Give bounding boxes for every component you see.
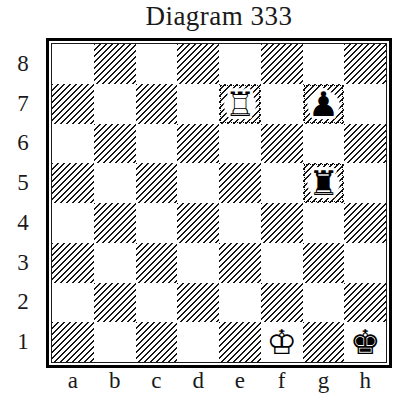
rank-label-4: 4 <box>6 203 40 243</box>
black-king[interactable]: ♚ <box>350 325 380 359</box>
square-e1[interactable] <box>219 322 261 362</box>
square-h2[interactable] <box>344 283 386 323</box>
square-g4[interactable] <box>303 203 345 243</box>
square-b7[interactable] <box>94 84 136 124</box>
square-b5[interactable] <box>94 163 136 203</box>
square-b3[interactable] <box>94 243 136 283</box>
square-d8[interactable] <box>177 44 219 84</box>
square-b6[interactable] <box>94 124 136 164</box>
square-g6[interactable] <box>303 124 345 164</box>
black-rook[interactable]: ♜ <box>308 166 338 200</box>
square-e2[interactable] <box>219 283 261 323</box>
square-a7[interactable] <box>52 84 94 124</box>
square-h1[interactable]: ♚ <box>344 322 386 362</box>
white-king[interactable]: ♔ <box>266 325 296 359</box>
file-label-h: h <box>344 368 386 398</box>
square-c6[interactable] <box>136 124 178 164</box>
square-e3[interactable] <box>219 243 261 283</box>
file-labels: abcdefgh <box>52 368 386 398</box>
square-g1[interactable] <box>303 322 345 362</box>
square-h4[interactable] <box>344 203 386 243</box>
square-f8[interactable] <box>261 44 303 84</box>
page-title: Diagram 333 <box>46 1 392 32</box>
square-a5[interactable] <box>52 163 94 203</box>
square-d2[interactable] <box>177 283 219 323</box>
square-c2[interactable] <box>136 283 178 323</box>
square-d4[interactable] <box>177 203 219 243</box>
square-d1[interactable] <box>177 322 219 362</box>
rank-label-1: 1 <box>6 322 40 362</box>
square-f3[interactable] <box>261 243 303 283</box>
square-c1[interactable] <box>136 322 178 362</box>
square-g7[interactable]: ♟ <box>303 84 345 124</box>
square-b2[interactable] <box>94 283 136 323</box>
square-e8[interactable] <box>219 44 261 84</box>
board-grid: ♖♟♜♔♚ <box>51 43 387 363</box>
black-pawn[interactable]: ♟ <box>308 87 338 121</box>
square-e5[interactable] <box>219 163 261 203</box>
file-label-e: e <box>219 368 261 398</box>
square-a2[interactable] <box>52 283 94 323</box>
square-c4[interactable] <box>136 203 178 243</box>
square-g2[interactable] <box>303 283 345 323</box>
square-f7[interactable] <box>261 84 303 124</box>
square-b1[interactable] <box>94 322 136 362</box>
square-e4[interactable] <box>219 203 261 243</box>
square-a3[interactable] <box>52 243 94 283</box>
square-f5[interactable] <box>261 163 303 203</box>
square-d6[interactable] <box>177 124 219 164</box>
square-f1[interactable]: ♔ <box>261 322 303 362</box>
square-d3[interactable] <box>177 243 219 283</box>
square-g3[interactable] <box>303 243 345 283</box>
square-a6[interactable] <box>52 124 94 164</box>
square-e6[interactable] <box>219 124 261 164</box>
file-label-g: g <box>303 368 345 398</box>
square-h8[interactable] <box>344 44 386 84</box>
square-f4[interactable] <box>261 203 303 243</box>
file-label-d: d <box>177 368 219 398</box>
square-c3[interactable] <box>136 243 178 283</box>
square-h6[interactable] <box>344 124 386 164</box>
square-g5[interactable]: ♜ <box>303 163 345 203</box>
square-b4[interactable] <box>94 203 136 243</box>
file-label-c: c <box>136 368 178 398</box>
rank-label-5: 5 <box>6 163 40 203</box>
square-d5[interactable] <box>177 163 219 203</box>
rank-label-2: 2 <box>6 283 40 323</box>
rank-label-6: 6 <box>6 124 40 164</box>
square-a8[interactable] <box>52 44 94 84</box>
square-c7[interactable] <box>136 84 178 124</box>
diagram-page: Diagram 333 87654321 ♖♟♜♔♚ abcdefgh <box>0 0 400 400</box>
square-g8[interactable] <box>303 44 345 84</box>
square-e7[interactable]: ♖ <box>219 84 261 124</box>
rank-label-8: 8 <box>6 44 40 84</box>
square-f6[interactable] <box>261 124 303 164</box>
square-a1[interactable] <box>52 322 94 362</box>
square-b8[interactable] <box>94 44 136 84</box>
rank-label-7: 7 <box>6 84 40 124</box>
file-label-a: a <box>52 368 94 398</box>
square-h7[interactable] <box>344 84 386 124</box>
rank-label-3: 3 <box>6 243 40 283</box>
square-a4[interactable] <box>52 203 94 243</box>
square-c5[interactable] <box>136 163 178 203</box>
white-rook[interactable]: ♖ <box>225 87 255 121</box>
square-f2[interactable] <box>261 283 303 323</box>
square-h5[interactable] <box>344 163 386 203</box>
file-label-b: b <box>94 368 136 398</box>
rank-labels: 87654321 <box>6 44 40 362</box>
square-d7[interactable] <box>177 84 219 124</box>
chess-board: ♖♟♜♔♚ <box>46 38 392 368</box>
file-label-f: f <box>261 368 303 398</box>
square-h3[interactable] <box>344 243 386 283</box>
square-c8[interactable] <box>136 44 178 84</box>
